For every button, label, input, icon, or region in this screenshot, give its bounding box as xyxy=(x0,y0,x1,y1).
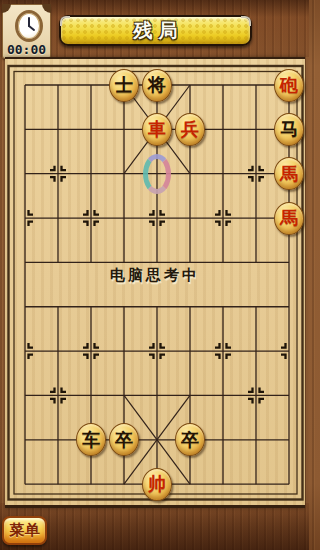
piece-red-soldier[interactable]: 兵 xyxy=(175,113,205,146)
status-text: 电脑思考中 xyxy=(5,266,305,285)
piece-red-chariot[interactable]: 車 xyxy=(142,113,172,146)
piece-red-horse-2[interactable]: 馬 xyxy=(274,202,304,235)
clock-widget: 00:00 xyxy=(2,4,51,59)
xiangqi-board[interactable]: 电脑思考中 士将砲車兵马馬馬车卒卒帅 xyxy=(5,57,305,508)
title-banner: 残局 xyxy=(59,15,252,46)
clock-ornament-right xyxy=(42,4,51,13)
piece-black-horse[interactable]: 马 xyxy=(274,113,304,146)
piece-black-general[interactable]: 将 xyxy=(142,69,172,102)
thinking-indicator xyxy=(143,154,171,194)
clock-icon xyxy=(15,10,43,42)
menu-button[interactable]: 菜单 xyxy=(2,516,47,545)
piece-black-advisor[interactable]: 士 xyxy=(109,69,139,102)
app-root: 00:00 残局 电脑思考中 士将砲車兵马馬馬车卒卒帅 菜单 xyxy=(0,0,309,550)
piece-red-horse-1[interactable]: 馬 xyxy=(274,157,304,190)
clock-ornament-left xyxy=(2,4,11,13)
page-title: 残局 xyxy=(134,18,184,44)
piece-red-general[interactable]: 帅 xyxy=(142,468,172,501)
piece-red-cannon[interactable]: 砲 xyxy=(274,69,304,102)
clock-time: 00:00 xyxy=(3,42,50,57)
